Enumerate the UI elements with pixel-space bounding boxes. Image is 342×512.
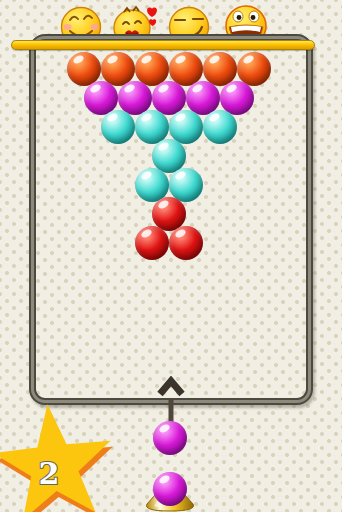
next-bubble[interactable] [153, 472, 187, 506]
score-value: 2 [39, 456, 60, 491]
current-bubble[interactable] [153, 421, 187, 455]
board[interactable] [29, 34, 313, 405]
board-inner [34, 39, 308, 400]
game-screen: 2 [0, 0, 342, 512]
score-star: 2 [0, 400, 116, 512]
ceiling-bar [11, 40, 315, 50]
